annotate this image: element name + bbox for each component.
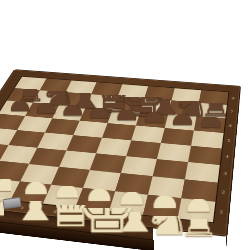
rank-label-6: 6	[228, 118, 232, 133]
square-h7[interactable]: ♟	[197, 103, 227, 119]
rank-label-4: 4	[225, 148, 230, 165]
square-h6[interactable]	[194, 116, 225, 133]
chess-board: ♜♞♝♛♚♝♞♜♟♟♟♟♟♟♟♟♟♟♟♟♟♟♟♟♜♞♝♛♚♝♞♜ abcdefg…	[0, 69, 241, 237]
file-label-f: f	[105, 214, 141, 223]
rank-label-5: 5	[226, 133, 231, 149]
square-f5[interactable]	[131, 125, 164, 143]
square-h1[interactable]: ♜	[178, 198, 216, 222]
square-g1[interactable]: ♞	[143, 195, 181, 219]
square-f4[interactable]	[126, 140, 161, 159]
file-label-e: e	[71, 210, 106, 219]
rank-label-7: 7	[230, 105, 234, 119]
file-label-g: g	[140, 218, 176, 227]
chess-set-photo: ♜♞♝♛♚♝♞♜♟♟♟♟♟♟♟♟♟♟♟♟♟♟♟♟♜♞♝♛♚♝♞♜ abcdefg…	[0, 0, 250, 250]
file-label-d: d	[38, 206, 73, 215]
rank-label-3: 3	[223, 165, 228, 183]
square-d4[interactable]	[66, 135, 102, 153]
square-g6[interactable]	[165, 114, 197, 131]
rank-label-8: 8	[231, 92, 235, 105]
square-f7[interactable]: ♟	[140, 98, 171, 113]
square-e4[interactable]	[96, 138, 131, 156]
rank-label-2: 2	[221, 182, 226, 201]
board-grid: ♜♞♝♛♚♝♞♜♟♟♟♟♟♟♟♟♟♟♟♟♟♟♟♟♜♞♝♛♚♝♞♜	[0, 76, 229, 223]
square-f6[interactable]	[136, 112, 168, 128]
square-c4[interactable]	[37, 133, 73, 151]
square-g7[interactable]: ♟	[168, 101, 199, 117]
square-g5[interactable]	[161, 128, 194, 146]
file-label-h: h	[175, 221, 211, 230]
